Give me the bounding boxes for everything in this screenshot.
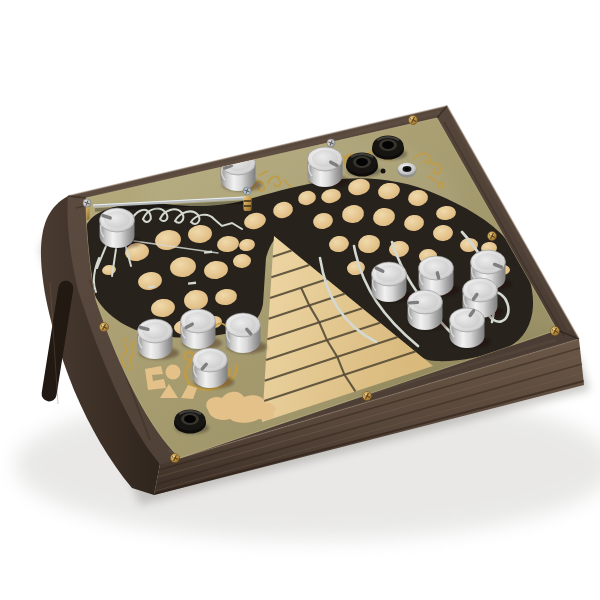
jack-hole (382, 141, 394, 149)
brass-screw (171, 454, 180, 463)
scene-svg: Handmade analog synthesizer with touch s… (0, 0, 600, 600)
brass-screw (551, 327, 560, 336)
jack-hole (356, 158, 368, 166)
knob-notch (103, 216, 110, 218)
mini-jack-hole (405, 168, 409, 171)
logo-glyph-o (166, 365, 181, 380)
brass-screw (488, 232, 497, 241)
standoff-right (244, 196, 252, 211)
panel-holes (381, 169, 386, 174)
blue-screw (243, 187, 251, 195)
knob-notch (140, 328, 148, 330)
knob-notch (437, 273, 438, 278)
product-photo: Handmade analog synthesizer with touch s… (0, 0, 600, 600)
brass-screw (409, 116, 418, 125)
mini-jack (398, 163, 417, 178)
brass-screw (100, 323, 109, 332)
brass-screw (363, 392, 372, 401)
silver-screw (327, 139, 335, 147)
silver-screw (83, 199, 91, 207)
panel-hole (381, 169, 386, 174)
jack-hole (184, 415, 196, 423)
